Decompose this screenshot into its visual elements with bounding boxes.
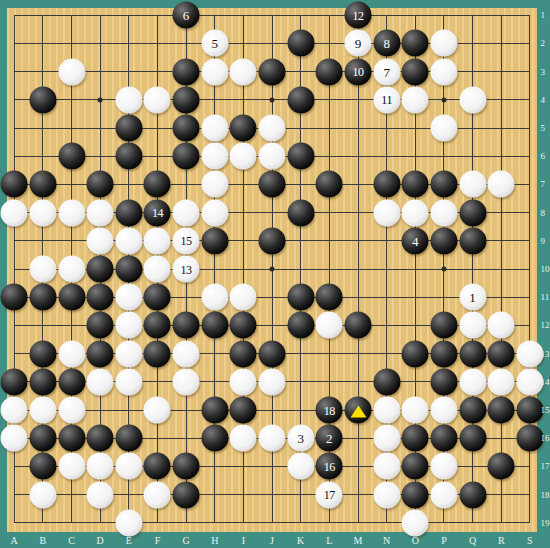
stone-C13-white xyxy=(58,340,85,367)
stone-L18-white: 17 xyxy=(316,481,343,508)
stone-L17-black: 16 xyxy=(316,453,343,480)
stone-M15-black xyxy=(345,397,372,424)
stone-R14-white xyxy=(488,368,515,395)
stone-Q13-black xyxy=(459,340,486,367)
stone-Q14-white xyxy=(459,368,486,395)
row-label-4: 4 xyxy=(541,95,546,104)
stone-E16-black xyxy=(115,425,142,452)
column-label-R: R xyxy=(498,536,505,546)
stone-P17-white xyxy=(430,453,457,480)
stone-R7-white xyxy=(488,171,515,198)
stone-F8-black: 14 xyxy=(144,199,171,226)
move-number: 4 xyxy=(412,234,419,247)
stone-E17-white xyxy=(115,453,142,480)
stone-D13-black xyxy=(87,340,114,367)
stone-K2-black xyxy=(287,30,314,57)
stone-G9-white: 15 xyxy=(173,227,200,254)
stone-L3-black xyxy=(316,58,343,85)
stone-G8-white xyxy=(173,199,200,226)
stone-M12-black xyxy=(345,312,372,339)
column-label-C: C xyxy=(68,536,75,546)
stone-E13-white xyxy=(115,340,142,367)
stone-G3-black xyxy=(173,58,200,85)
move-number: 9 xyxy=(355,37,362,50)
stone-C15-white xyxy=(58,397,85,424)
stone-P2-white xyxy=(430,30,457,57)
stone-D7-black xyxy=(87,171,114,198)
column-label-M: M xyxy=(354,536,363,546)
stone-A7-black xyxy=(1,171,28,198)
stone-P15-white xyxy=(430,397,457,424)
column-label-L: L xyxy=(326,536,332,546)
move-number: 7 xyxy=(383,65,390,78)
stone-J13-black xyxy=(259,340,286,367)
move-number: 13 xyxy=(181,263,192,275)
row-label-8: 8 xyxy=(541,208,546,217)
move-number: 8 xyxy=(383,37,390,50)
stone-D9-white xyxy=(87,227,114,254)
stone-H5-white xyxy=(201,115,228,142)
row-label-6: 6 xyxy=(541,152,546,161)
stone-G6-black xyxy=(173,143,200,170)
stone-F18-white xyxy=(144,481,171,508)
stone-Q11-white: 1 xyxy=(459,284,486,311)
column-label-K: K xyxy=(297,536,304,546)
stone-N15-white xyxy=(373,397,400,424)
stone-N14-black xyxy=(373,368,400,395)
move-number: 18 xyxy=(324,404,335,416)
row-label-11: 11 xyxy=(541,293,550,302)
stone-J9-black xyxy=(259,227,286,254)
stone-D10-black xyxy=(87,256,114,283)
stone-E14-white xyxy=(115,368,142,395)
row-label-10: 10 xyxy=(541,265,550,274)
stone-N8-white xyxy=(373,199,400,226)
stone-G10-white: 13 xyxy=(173,256,200,283)
stone-G12-black xyxy=(173,312,200,339)
stone-C3-white xyxy=(58,58,85,85)
column-label-S: S xyxy=(527,536,533,546)
move-number: 15 xyxy=(181,235,192,247)
stone-A8-white xyxy=(1,199,28,226)
move-number: 5 xyxy=(212,37,219,50)
stone-I15-black xyxy=(230,397,257,424)
stone-R12-white xyxy=(488,312,515,339)
stone-H15-black xyxy=(201,397,228,424)
stone-O8-white xyxy=(402,199,429,226)
stone-Q8-black xyxy=(459,199,486,226)
stone-C16-black xyxy=(58,425,85,452)
stone-A14-black xyxy=(1,368,28,395)
stone-H12-black xyxy=(201,312,228,339)
stone-G17-black xyxy=(173,453,200,480)
column-label-G: G xyxy=(182,536,189,546)
stone-E9-white xyxy=(115,227,142,254)
column-label-O: O xyxy=(412,536,419,546)
stone-C11-black xyxy=(58,284,85,311)
stone-F12-black xyxy=(144,312,171,339)
stone-H7-white xyxy=(201,171,228,198)
move-number: 1 xyxy=(469,291,476,304)
row-label-12: 12 xyxy=(541,321,550,330)
stone-G5-black xyxy=(173,115,200,142)
stone-K16-white: 3 xyxy=(287,425,314,452)
stone-Q7-white xyxy=(459,171,486,198)
grid-line-vertical xyxy=(501,15,502,523)
stone-Q15-black xyxy=(459,397,486,424)
stone-D18-white xyxy=(87,481,114,508)
stone-N18-white xyxy=(373,481,400,508)
column-label-H: H xyxy=(211,536,218,546)
stone-M1-black: 12 xyxy=(345,2,372,29)
stone-N7-black xyxy=(373,171,400,198)
stone-R13-black xyxy=(488,340,515,367)
stone-E12-white xyxy=(115,312,142,339)
stone-R15-black xyxy=(488,397,515,424)
column-label-P: P xyxy=(441,536,447,546)
stone-P5-white xyxy=(430,115,457,142)
row-label-18: 18 xyxy=(541,490,550,499)
column-label-D: D xyxy=(97,536,104,546)
column-label-J: J xyxy=(270,536,274,546)
stone-Q9-black xyxy=(459,227,486,254)
stone-S15-black xyxy=(516,397,543,424)
stone-F10-white xyxy=(144,256,171,283)
star-point xyxy=(441,97,446,102)
stone-I6-white xyxy=(230,143,257,170)
stone-C8-white xyxy=(58,199,85,226)
grid-line-vertical xyxy=(358,15,359,523)
stone-E11-white xyxy=(115,284,142,311)
stone-R17-black xyxy=(488,453,515,480)
stone-J16-white xyxy=(259,425,286,452)
move-number: 6 xyxy=(183,9,190,22)
stone-L16-black: 2 xyxy=(316,425,343,452)
stone-H3-white xyxy=(201,58,228,85)
stone-G14-white xyxy=(173,368,200,395)
stone-E8-black xyxy=(115,199,142,226)
stone-S16-black xyxy=(516,425,543,452)
stone-G13-white xyxy=(173,340,200,367)
star-point xyxy=(270,97,275,102)
stone-K8-black xyxy=(287,199,314,226)
row-label-16: 16 xyxy=(541,434,550,443)
stone-N2-black: 8 xyxy=(373,30,400,57)
stone-Q12-white xyxy=(459,312,486,339)
stone-I11-white xyxy=(230,284,257,311)
stone-O19-white xyxy=(402,509,429,536)
stone-F11-black xyxy=(144,284,171,311)
column-label-B: B xyxy=(40,536,47,546)
stone-L15-black: 18 xyxy=(316,397,343,424)
stone-B10-white xyxy=(29,256,56,283)
stone-P12-black xyxy=(430,312,457,339)
stone-L11-black xyxy=(316,284,343,311)
stone-S13-white xyxy=(516,340,543,367)
stone-K12-black xyxy=(287,312,314,339)
stone-N4-white: 11 xyxy=(373,86,400,113)
column-label-F: F xyxy=(155,536,161,546)
stone-A15-white xyxy=(1,397,28,424)
stone-H6-white xyxy=(201,143,228,170)
stone-N17-white xyxy=(373,453,400,480)
row-label-9: 9 xyxy=(541,236,546,245)
stone-F9-white xyxy=(144,227,171,254)
stone-C6-black xyxy=(58,143,85,170)
stone-O4-white xyxy=(402,86,429,113)
stone-O18-black xyxy=(402,481,429,508)
stone-N16-white xyxy=(373,425,400,452)
stone-K17-white xyxy=(287,453,314,480)
stone-H16-black xyxy=(201,425,228,452)
stone-Q16-black xyxy=(459,425,486,452)
stone-P9-black xyxy=(430,227,457,254)
stone-K4-black xyxy=(287,86,314,113)
stone-O13-black xyxy=(402,340,429,367)
row-label-14: 14 xyxy=(541,377,550,386)
stone-A11-black xyxy=(1,284,28,311)
stone-B13-black xyxy=(29,340,56,367)
stone-D17-white xyxy=(87,453,114,480)
stone-J7-black xyxy=(259,171,286,198)
stone-P13-black xyxy=(430,340,457,367)
triangle-mark xyxy=(350,405,366,417)
stone-P3-white xyxy=(430,58,457,85)
move-number: 12 xyxy=(353,9,364,21)
row-label-19: 19 xyxy=(541,518,550,527)
stone-O3-black xyxy=(402,58,429,85)
stone-E5-black xyxy=(115,115,142,142)
stone-I12-black xyxy=(230,312,257,339)
stone-O7-black xyxy=(402,171,429,198)
stone-H9-black xyxy=(201,227,228,254)
stone-O9-black: 4 xyxy=(402,227,429,254)
stone-F13-black xyxy=(144,340,171,367)
move-number: 2 xyxy=(326,432,333,445)
column-label-Q: Q xyxy=(469,536,476,546)
stone-I16-white xyxy=(230,425,257,452)
stone-G18-black xyxy=(173,481,200,508)
stone-K11-black xyxy=(287,284,314,311)
column-label-A: A xyxy=(11,536,18,546)
stone-I5-black xyxy=(230,115,257,142)
row-label-5: 5 xyxy=(541,124,546,133)
stone-O16-black xyxy=(402,425,429,452)
column-label-E: E xyxy=(126,536,132,546)
column-label-N: N xyxy=(383,536,390,546)
stone-B4-black xyxy=(29,86,56,113)
stone-J3-black xyxy=(259,58,286,85)
stone-E4-white xyxy=(115,86,142,113)
star-point xyxy=(270,267,275,272)
stone-J6-white xyxy=(259,143,286,170)
stone-E10-black xyxy=(115,256,142,283)
stone-B14-black xyxy=(29,368,56,395)
row-label-17: 17 xyxy=(541,462,550,471)
row-label-15: 15 xyxy=(541,406,550,415)
grid-line-horizontal xyxy=(14,522,530,523)
stone-H8-white xyxy=(201,199,228,226)
stone-F15-white xyxy=(144,397,171,424)
stone-D11-black xyxy=(87,284,114,311)
stone-M3-black: 10 xyxy=(345,58,372,85)
stone-Q18-black xyxy=(459,481,486,508)
stone-C17-white xyxy=(58,453,85,480)
stone-P7-black xyxy=(430,171,457,198)
stone-B11-black xyxy=(29,284,56,311)
move-number: 3 xyxy=(297,432,304,445)
row-label-1: 1 xyxy=(541,11,546,20)
row-label-3: 3 xyxy=(541,67,546,76)
stone-E19-white xyxy=(115,509,142,536)
stone-P18-white xyxy=(430,481,457,508)
move-number: 14 xyxy=(152,207,163,219)
stone-S14-white xyxy=(516,368,543,395)
stone-E6-black xyxy=(115,143,142,170)
stone-B8-white xyxy=(29,199,56,226)
stone-B15-white xyxy=(29,397,56,424)
stone-K6-black xyxy=(287,143,314,170)
row-label-13: 13 xyxy=(541,349,550,358)
move-number: 17 xyxy=(324,489,335,501)
column-label-I: I xyxy=(242,536,245,546)
stone-M2-white: 9 xyxy=(345,30,372,57)
stone-L7-black xyxy=(316,171,343,198)
stone-D14-white xyxy=(87,368,114,395)
stone-D16-black xyxy=(87,425,114,452)
stone-H2-white: 5 xyxy=(201,30,228,57)
stone-O15-white xyxy=(402,397,429,424)
stone-G1-black: 6 xyxy=(173,2,200,29)
stone-F17-black xyxy=(144,453,171,480)
row-label-7: 7 xyxy=(541,180,546,189)
stone-G4-black xyxy=(173,86,200,113)
stone-B7-black xyxy=(29,171,56,198)
stone-A16-white xyxy=(1,425,28,452)
stone-J14-white xyxy=(259,368,286,395)
move-number: 16 xyxy=(324,460,335,472)
stone-J5-white xyxy=(259,115,286,142)
stone-N3-white: 7 xyxy=(373,58,400,85)
stone-P16-black xyxy=(430,425,457,452)
stone-Q4-white xyxy=(459,86,486,113)
star-point xyxy=(441,267,446,272)
stone-C10-white xyxy=(58,256,85,283)
star-point xyxy=(98,97,103,102)
stone-H11-white xyxy=(201,284,228,311)
stone-F4-white xyxy=(144,86,171,113)
stone-O2-black xyxy=(402,30,429,57)
go-board-frame: 612598107111415413118321617 ABCDEFGHIJKL… xyxy=(0,0,550,548)
stone-F7-black xyxy=(144,171,171,198)
row-label-2: 2 xyxy=(541,39,546,48)
stone-D8-white xyxy=(87,199,114,226)
stone-B16-black xyxy=(29,425,56,452)
stone-B18-white xyxy=(29,481,56,508)
move-number: 11 xyxy=(381,94,392,106)
stone-P14-black xyxy=(430,368,457,395)
stone-C14-black xyxy=(58,368,85,395)
stone-I14-white xyxy=(230,368,257,395)
stone-I3-white xyxy=(230,58,257,85)
stone-D12-black xyxy=(87,312,114,339)
move-number: 10 xyxy=(353,66,364,78)
stone-O17-black xyxy=(402,453,429,480)
stone-L12-white xyxy=(316,312,343,339)
stone-B17-black xyxy=(29,453,56,480)
stone-P8-white xyxy=(430,199,457,226)
stone-I13-black xyxy=(230,340,257,367)
